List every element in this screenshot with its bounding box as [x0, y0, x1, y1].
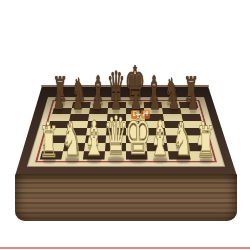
- chess-piece-dark-rank7-file3: ♟: [91, 88, 102, 113]
- chess-piece-dark-rank7-file8: ♟: [187, 88, 198, 113]
- page-bottom-divider: [0, 247, 250, 249]
- chess-piece-dark-rank7-file2: ♟: [72, 88, 83, 113]
- chess-piece-light-rank1-file2: ♞: [61, 118, 82, 164]
- chess-piece-light-rank1-file1: ♜: [39, 120, 59, 163]
- chess-piece-dark-rank7-file7: ♟: [168, 88, 179, 113]
- chess-piece-light-rank1-file8: ♜: [196, 120, 216, 163]
- chess-piece-light-rank1-file7: ♞: [172, 118, 193, 164]
- chess-piece-light-rank1-file6: ♝: [149, 115, 171, 163]
- product-photo-chess-set: D H ♜♞♝♛♚♝♞♜♟♟♟♟♟♟♟♟♟♟♟♟♟♟♟♟♜♞♝♛♚♝♞♜: [0, 0, 250, 250]
- chess-pieces-layer: ♜♞♝♛♚♝♞♜♟♟♟♟♟♟♟♟♟♟♟♟♟♟♟♟♜♞♝♛♚♝♞♜: [0, 0, 250, 250]
- chess-piece-light-rank1-file3: ♝: [83, 115, 105, 163]
- chess-piece-light-rank1-file5: ♚: [124, 105, 151, 164]
- chess-piece-dark-rank7-file1: ♟: [53, 88, 64, 113]
